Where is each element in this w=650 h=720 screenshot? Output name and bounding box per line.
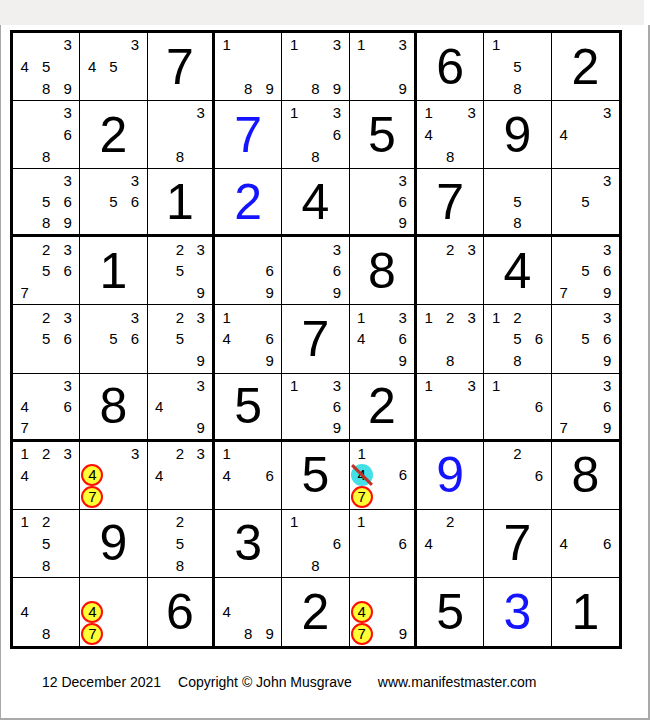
cell-r4c5[interactable]: 369	[282, 237, 349, 305]
solved-digit: 9	[484, 101, 550, 168]
candidate-4: 4	[216, 601, 237, 623]
candidate-3: 3	[124, 34, 145, 56]
cell-r2c5[interactable]: 1368	[282, 101, 349, 169]
candidate-4: 4	[351, 328, 372, 350]
candidate-6: 6	[57, 396, 78, 417]
cell-r7c1[interactable]: 1234	[13, 442, 80, 510]
cell-r7c4[interactable]: 146	[215, 442, 282, 510]
cell-r3c2[interactable]: 356	[80, 169, 147, 237]
cell-r2c2[interactable]: 2	[80, 101, 147, 169]
cell-r4c1[interactable]: 23567	[13, 237, 80, 305]
candidate-8: 8	[305, 554, 326, 576]
candidate-grid: 1258	[14, 511, 78, 576]
cell-r2c8[interactable]: 9	[484, 101, 551, 169]
cell-r3c3[interactable]: 1	[148, 169, 215, 237]
solved-digit: 8	[80, 374, 146, 439]
candidate-3: 3	[57, 34, 78, 56]
candidate-9: 9	[190, 417, 211, 438]
candidate-4-highlight-yellow-circle: 4	[81, 464, 103, 486]
cell-r1c5[interactable]: 1389	[282, 33, 349, 101]
top-bar	[0, 0, 644, 25]
candidate-1: 1	[351, 443, 373, 464]
solved-digit: 6	[417, 33, 483, 100]
candidate-3: 3	[326, 34, 347, 56]
cell-r1c8[interactable]: 158	[484, 33, 551, 101]
cell-r5c3[interactable]: 2359	[148, 305, 215, 373]
candidate-3: 3	[326, 102, 347, 124]
solved-digit: 4	[484, 237, 550, 304]
candidate-2: 2	[169, 306, 190, 328]
candidate-6: 6	[326, 532, 347, 554]
cell-r5c7[interactable]: 1238	[417, 305, 484, 373]
cell-r6c2[interactable]: 8	[80, 374, 147, 442]
candidate-5: 5	[35, 191, 56, 212]
candidate-3: 3	[596, 306, 618, 328]
cell-r3c6[interactable]: 369	[350, 169, 417, 237]
candidate-1: 1	[283, 511, 304, 533]
cell-r4c6[interactable]: 8	[350, 237, 417, 305]
candidate-9: 9	[326, 417, 347, 438]
candidate-grid: 35689	[14, 170, 78, 233]
solved-digit: 8	[552, 442, 619, 509]
solved-digit: 7	[484, 510, 550, 577]
candidate-6: 6	[124, 191, 145, 212]
candidate-1: 1	[216, 443, 237, 465]
solved-digit: 8	[350, 237, 414, 304]
cell-r8c4[interactable]: 3	[215, 510, 282, 578]
candidate-2: 2	[439, 306, 460, 328]
candidate-5: 5	[103, 328, 124, 350]
candidate-3: 3	[124, 170, 145, 191]
candidate-5: 5	[169, 260, 190, 282]
cell-r6c7[interactable]: 13	[417, 374, 484, 442]
candidate-grid: 168	[283, 511, 347, 576]
candidate-5: 5	[35, 260, 56, 282]
candidate-grid: 2356	[14, 306, 78, 371]
cell-r9c6[interactable]: 479	[350, 578, 417, 646]
cell-r4c3[interactable]: 2359	[148, 237, 215, 305]
candidate-6: 6	[124, 328, 145, 350]
candidate-3: 3	[461, 102, 482, 124]
cell-r8c2[interactable]: 9	[80, 510, 147, 578]
solved-digit: 5	[417, 578, 483, 646]
cell-r6c8[interactable]: 16	[484, 374, 551, 442]
cell-r6c6[interactable]: 2	[350, 374, 417, 442]
candidate-9: 9	[259, 623, 280, 645]
candidate-1: 1	[351, 34, 372, 56]
cell-r1c6[interactable]: 139	[350, 33, 417, 101]
candidate-grid: 258	[149, 511, 211, 576]
cell-r9c2[interactable]: 47	[80, 578, 147, 646]
candidate-2: 2	[439, 511, 460, 533]
solved-digit: 5	[282, 442, 348, 509]
cell-r8c3[interactable]: 258	[148, 510, 215, 578]
candidate-1: 1	[14, 511, 35, 533]
footer-website: www.manifestmaster.com	[378, 674, 537, 690]
candidate-grid: 13	[418, 375, 482, 438]
candidate-5: 5	[507, 328, 528, 350]
candidate-6: 6	[259, 260, 280, 282]
cell-r1c9[interactable]: 2	[552, 33, 619, 101]
cell-r4c4[interactable]: 69	[215, 237, 282, 305]
cell-r7c3[interactable]: 234	[148, 442, 215, 510]
candidate-8: 8	[237, 77, 258, 99]
cell-r5c9[interactable]: 3569	[552, 305, 619, 373]
candidate-9: 9	[259, 282, 280, 304]
solved-digit-blue: 9	[417, 442, 483, 509]
candidate-3: 3	[124, 306, 145, 328]
candidate-grid: 35679	[553, 238, 618, 303]
cell-r1c7[interactable]: 6	[417, 33, 484, 101]
candidate-grid: 58	[485, 170, 549, 233]
candidate-8: 8	[35, 212, 56, 233]
candidate-5: 5	[35, 56, 56, 78]
candidate-4: 4	[14, 601, 35, 623]
candidate-3: 3	[57, 238, 78, 260]
cell-r9c9[interactable]: 1	[552, 578, 619, 646]
candidate-3: 3	[461, 306, 482, 328]
cell-r9c3[interactable]: 6	[148, 578, 215, 646]
candidate-3: 3	[124, 443, 145, 464]
candidate-5: 5	[574, 328, 596, 350]
candidate-9: 9	[326, 282, 347, 304]
cell-r6c1[interactable]: 3467	[13, 374, 80, 442]
cell-r1c2[interactable]: 345	[80, 33, 147, 101]
solved-digit: 2	[80, 101, 146, 168]
footer-date: 12 December 2021	[42, 674, 161, 690]
candidate-6: 6	[596, 532, 618, 554]
candidate-2: 2	[507, 306, 528, 328]
solved-digit: 5	[215, 374, 281, 439]
cell-r5c2[interactable]: 356	[80, 305, 147, 373]
candidate-6: 6	[57, 260, 78, 282]
cell-r7c9[interactable]: 8	[552, 442, 619, 510]
cell-r1c3[interactable]: 7	[148, 33, 215, 101]
candidate-7: 7	[14, 417, 35, 438]
cell-r2c9[interactable]: 34	[552, 101, 619, 169]
candidate-grid: 489	[216, 579, 280, 645]
candidate-5: 5	[103, 191, 124, 212]
candidate-8: 8	[507, 77, 528, 99]
candidate-grid: 2359	[149, 306, 211, 371]
candidate-grid: 3569	[553, 306, 618, 371]
candidate-5: 5	[103, 56, 124, 78]
candidate-2: 2	[507, 443, 528, 465]
candidate-8: 8	[507, 212, 528, 233]
candidate-grid: 13469	[351, 306, 413, 371]
cell-r4c9[interactable]: 35679	[552, 237, 619, 305]
candidate-6: 6	[528, 328, 549, 350]
solved-digit-blue: 3	[484, 578, 550, 646]
candidate-6: 6	[528, 464, 549, 486]
cell-r2c1[interactable]: 368	[13, 101, 80, 169]
candidate-grid: 24	[418, 511, 482, 576]
candidate-1: 1	[216, 34, 237, 56]
cell-r8c9[interactable]: 46	[552, 510, 619, 578]
candidate-8: 8	[35, 623, 56, 645]
candidate-1: 1	[14, 443, 35, 465]
cell-r2c4[interactable]: 7	[215, 101, 282, 169]
candidate-2: 2	[35, 238, 56, 260]
candidate-grid: 347	[81, 443, 145, 508]
solved-digit: 5	[350, 101, 414, 168]
candidate-4: 4	[149, 464, 170, 486]
candidate-3: 3	[57, 443, 78, 465]
candidate-9: 9	[326, 77, 347, 99]
sudoku-board[interactable]: 3458934571891389139615823682387136851348…	[10, 30, 622, 649]
candidate-4: 4	[418, 532, 439, 554]
candidate-grid: 345	[81, 34, 145, 99]
candidate-4-eliminated-cyan-strike: 4	[351, 464, 373, 486]
cell-r9c7[interactable]: 5	[417, 578, 484, 646]
candidate-4: 4	[553, 532, 575, 554]
solved-digit: 2	[350, 374, 414, 439]
candidate-3: 3	[596, 170, 618, 191]
cell-r8c6[interactable]: 16	[350, 510, 417, 578]
candidate-1: 1	[216, 306, 237, 328]
candidate-9: 9	[392, 350, 413, 372]
candidate-1: 1	[351, 306, 372, 328]
cell-r3c5[interactable]: 4	[282, 169, 349, 237]
candidate-grid: 3679	[553, 375, 618, 438]
candidate-grid: 479	[351, 579, 413, 645]
candidate-grid: 1238	[418, 306, 482, 371]
candidate-9: 9	[259, 350, 280, 372]
candidate-7-highlight-yellow-circle: 7	[81, 623, 103, 645]
candidate-9: 9	[393, 623, 413, 645]
cell-r5c6[interactable]: 13469	[350, 305, 417, 373]
cell-r6c5[interactable]: 1369	[282, 374, 349, 442]
footer: 12 December 2021 Copyright © John Musgra…	[42, 674, 537, 690]
candidate-grid: 139	[351, 34, 413, 99]
cell-r5c5[interactable]: 7	[282, 305, 349, 373]
candidate-8: 8	[305, 146, 326, 168]
candidate-3: 3	[392, 34, 413, 56]
cell-r7c2[interactable]: 347	[80, 442, 147, 510]
cell-r1c1[interactable]: 34589	[13, 33, 80, 101]
candidate-grid: 46	[553, 511, 618, 576]
candidate-grid: 158	[485, 34, 549, 99]
cell-r9c1[interactable]: 48	[13, 578, 80, 646]
candidate-2: 2	[169, 238, 190, 260]
candidate-2: 2	[169, 443, 190, 465]
solved-digit: 4	[282, 169, 348, 234]
candidate-grid: 368	[14, 102, 78, 167]
candidate-7-highlight-yellow-circle: 7	[351, 486, 373, 508]
candidate-9: 9	[190, 350, 211, 372]
solved-digit: 1	[80, 237, 146, 304]
candidate-4: 4	[14, 464, 35, 486]
candidate-grid: 2359	[149, 238, 211, 303]
candidate-9: 9	[190, 282, 211, 304]
candidate-grid: 356	[81, 306, 145, 371]
footer-copyright: Copyright © John Musgrave	[178, 674, 352, 690]
candidate-1: 1	[283, 34, 304, 56]
candidate-9: 9	[392, 77, 413, 99]
solved-digit: 1	[552, 578, 619, 646]
candidate-grid: 35	[553, 170, 618, 233]
candidate-1: 1	[283, 375, 304, 396]
candidate-8: 8	[169, 146, 190, 168]
candidate-7: 7	[553, 282, 575, 304]
candidate-3: 3	[57, 306, 78, 328]
candidate-grid: 1368	[283, 102, 347, 167]
cell-r7c5[interactable]: 5	[282, 442, 349, 510]
candidate-6: 6	[57, 328, 78, 350]
candidate-grid: 34589	[14, 34, 78, 99]
candidate-3: 3	[326, 238, 347, 260]
candidate-3: 3	[326, 375, 347, 396]
cell-r7c6[interactable]: 1467	[350, 442, 417, 510]
candidate-1: 1	[485, 306, 506, 328]
candidate-9: 9	[596, 350, 618, 372]
cell-r6c3[interactable]: 349	[148, 374, 215, 442]
candidate-9: 9	[259, 77, 280, 99]
solved-digit: 7	[282, 305, 348, 372]
candidate-7: 7	[553, 417, 575, 438]
candidate-6: 6	[392, 532, 413, 554]
candidate-9: 9	[57, 212, 78, 233]
solved-digit: 7	[148, 33, 212, 100]
cell-r5c4[interactable]: 1469	[215, 305, 282, 373]
cell-r5c8[interactable]: 12568	[484, 305, 551, 373]
candidate-3: 3	[57, 102, 78, 124]
candidate-6: 6	[326, 396, 347, 417]
cell-r7c7[interactable]: 9	[417, 442, 484, 510]
candidate-4: 4	[216, 464, 237, 486]
candidate-9: 9	[392, 212, 413, 233]
candidate-1: 1	[418, 102, 439, 124]
candidate-9: 9	[596, 282, 618, 304]
candidate-6: 6	[393, 464, 413, 486]
candidate-3: 3	[596, 238, 618, 260]
candidate-6: 6	[259, 464, 280, 486]
candidate-grid: 1234	[14, 443, 78, 508]
candidate-grid: 1467	[351, 443, 413, 508]
candidate-7: 7	[14, 282, 35, 304]
candidate-1: 1	[351, 511, 372, 533]
cell-r2c7[interactable]: 1348	[417, 101, 484, 169]
candidate-6: 6	[326, 124, 347, 146]
cell-r6c9[interactable]: 3679	[552, 374, 619, 442]
candidate-grid: 69	[216, 238, 280, 303]
candidate-3: 3	[461, 375, 482, 396]
candidate-grid: 369	[283, 238, 347, 303]
candidate-3: 3	[190, 306, 211, 328]
cell-r3c8[interactable]: 58	[484, 169, 551, 237]
candidate-grid: 1389	[283, 34, 347, 99]
candidate-3: 3	[596, 375, 618, 396]
cell-r3c4[interactable]: 2	[215, 169, 282, 237]
candidate-5: 5	[35, 328, 56, 350]
cell-r6c4[interactable]: 5	[215, 374, 282, 442]
candidate-4: 4	[216, 328, 237, 350]
candidate-4: 4	[149, 396, 170, 417]
solved-digit: 7	[417, 169, 483, 234]
candidate-2: 2	[35, 306, 56, 328]
candidate-7-highlight-yellow-circle: 7	[81, 486, 103, 508]
candidate-9: 9	[57, 77, 78, 99]
cell-r4c7[interactable]: 23	[417, 237, 484, 305]
candidate-1: 1	[418, 306, 439, 328]
candidate-3: 3	[190, 375, 211, 396]
candidate-6: 6	[528, 396, 549, 417]
candidate-5: 5	[507, 191, 528, 212]
cell-r3c9[interactable]: 35	[552, 169, 619, 237]
candidate-1: 1	[485, 34, 506, 56]
candidate-grid: 48	[14, 579, 78, 645]
candidate-grid: 189	[216, 34, 280, 99]
candidate-8: 8	[507, 350, 528, 372]
cell-r8c8[interactable]: 7	[484, 510, 551, 578]
candidate-6: 6	[392, 328, 413, 350]
cell-r4c2[interactable]: 1	[80, 237, 147, 305]
candidate-4: 4	[14, 56, 35, 78]
candidate-8: 8	[35, 146, 56, 168]
candidate-3: 3	[461, 238, 482, 260]
candidate-grid: 1348	[418, 102, 482, 167]
cell-r5c1[interactable]: 2356	[13, 305, 80, 373]
candidate-6: 6	[392, 191, 413, 212]
candidate-6: 6	[596, 396, 618, 417]
candidate-1: 1	[485, 375, 506, 396]
candidate-grid: 34	[553, 102, 618, 167]
candidate-5: 5	[507, 56, 528, 78]
candidate-5: 5	[574, 260, 596, 282]
cell-r7c8[interactable]: 26	[484, 442, 551, 510]
candidate-grid: 356	[81, 170, 145, 233]
solved-digit-blue: 7	[215, 101, 281, 168]
candidate-4: 4	[553, 124, 575, 146]
cell-r8c1[interactable]: 1258	[13, 510, 80, 578]
candidate-grid: 369	[351, 170, 413, 233]
candidate-5: 5	[35, 532, 56, 554]
candidate-grid: 234	[149, 443, 211, 508]
cell-r2c6[interactable]: 5	[350, 101, 417, 169]
cell-r3c1[interactable]: 35689	[13, 169, 80, 237]
cell-r2c3[interactable]: 38	[148, 101, 215, 169]
candidate-1: 1	[418, 375, 439, 396]
candidate-7-highlight-yellow-circle: 7	[351, 623, 373, 645]
candidate-grid: 12568	[485, 306, 549, 371]
candidate-3: 3	[190, 238, 211, 260]
candidate-4-highlight-yellow-circle: 4	[351, 601, 373, 623]
solved-digit: 2	[282, 578, 348, 646]
candidate-grid: 23567	[14, 238, 78, 303]
cell-r9c8[interactable]: 3	[484, 578, 551, 646]
candidate-2: 2	[169, 511, 190, 533]
candidate-grid: 146	[216, 443, 280, 508]
candidate-6: 6	[259, 328, 280, 350]
cell-r9c5[interactable]: 2	[282, 578, 349, 646]
candidate-5: 5	[169, 532, 190, 554]
candidate-6: 6	[596, 260, 618, 282]
candidate-3: 3	[392, 306, 413, 328]
candidate-2: 2	[439, 238, 460, 260]
cell-r8c7[interactable]: 24	[417, 510, 484, 578]
cell-r3c7[interactable]: 7	[417, 169, 484, 237]
candidate-1: 1	[283, 102, 304, 124]
cell-r4c8[interactable]: 4	[484, 237, 551, 305]
candidate-3: 3	[392, 170, 413, 191]
candidate-5: 5	[169, 328, 190, 350]
solved-digit-blue: 2	[215, 169, 281, 234]
candidate-3: 3	[57, 170, 78, 191]
cell-r1c4[interactable]: 189	[215, 33, 282, 101]
cell-r8c5[interactable]: 168	[282, 510, 349, 578]
cell-r9c4[interactable]: 489	[215, 578, 282, 646]
candidate-6: 6	[57, 191, 78, 212]
